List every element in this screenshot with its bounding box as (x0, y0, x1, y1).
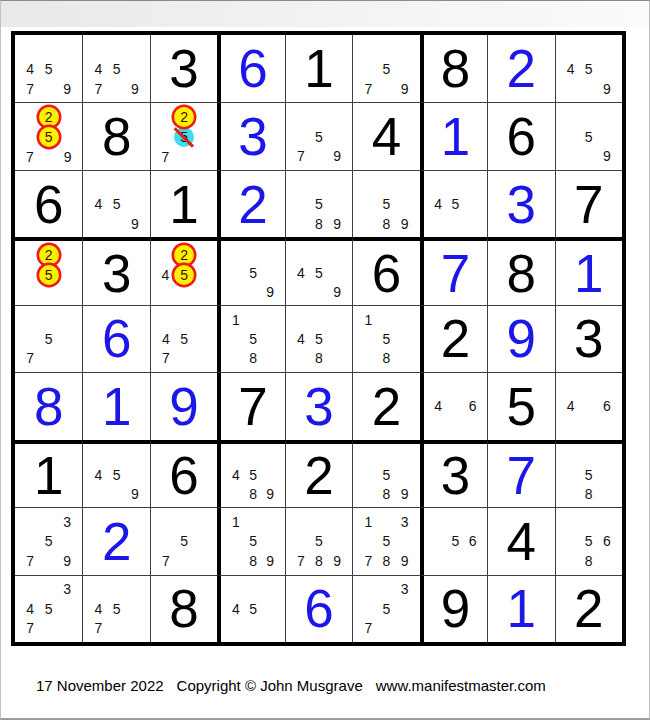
candidate-digit: 8 (244, 551, 261, 570)
candidate-digit: 9 (598, 146, 616, 165)
cell-r7c8[interactable]: 7 (487, 440, 554, 507)
pencil-marks: 46 (556, 373, 622, 439)
candidate-highlighted: 2 (174, 245, 194, 265)
solved-digit: 8 (15, 373, 82, 439)
candidate-digit: 7 (359, 79, 377, 99)
candidate-highlighted: 2 (174, 107, 194, 127)
candidate-digit: 7 (89, 79, 107, 99)
candidate-digit: 9 (262, 485, 279, 503)
cell-r1c1[interactable]: 4579 (15, 35, 82, 102)
given-digit: 6 (151, 444, 217, 507)
candidate-digit: 7 (157, 551, 175, 570)
pencil-marks: 59 (556, 103, 622, 169)
cell-r1c9[interactable]: 459 (555, 35, 622, 102)
candidate-digit: 5 (377, 599, 395, 618)
sudoku-page: 4579457936157982459257982573579416596459… (0, 0, 650, 720)
candidate-digit: 5 (39, 59, 57, 79)
candidate-digit: 5 (244, 532, 261, 551)
solved-digit: 6 (286, 576, 352, 642)
candidate-digit: 9 (58, 79, 76, 99)
given-digit: 4 (488, 508, 554, 574)
given-digit: 6 (488, 103, 554, 169)
candidate-digit: 4 (562, 397, 580, 416)
candidate-digit: 5 (175, 532, 193, 551)
candidate-digit: 7 (157, 147, 174, 165)
given-digit: 3 (83, 241, 149, 304)
cell-r7c9[interactable]: 58 (555, 440, 622, 507)
cell-r6c5[interactable]: 3 (285, 372, 352, 439)
given-digit: 8 (83, 103, 149, 169)
cell-r4c5[interactable]: 459 (285, 237, 352, 304)
candidate-digit: 4 (157, 329, 175, 348)
candidate-digit: 7 (359, 551, 377, 570)
given-digit: 5 (488, 373, 554, 439)
given-digit: 2 (424, 306, 487, 372)
pencil-marks: 2579 (15, 103, 82, 169)
cell-r7c5[interactable]: 2 (285, 440, 352, 507)
candidate-digit: 7 (157, 349, 175, 368)
pencil-marks: 568 (556, 508, 622, 574)
pencil-marks: 459 (83, 171, 149, 237)
given-digit: 1 (151, 171, 217, 237)
candidate-highlighted: 2 (39, 245, 59, 265)
candidate-digit: 7 (292, 551, 310, 570)
cell-r9c4[interactable]: 45 (217, 575, 284, 642)
footer-site-url: www.manifestmaster.com (376, 677, 546, 694)
cell-r2c4[interactable]: 3 (217, 102, 284, 169)
candidate-digit: 9 (396, 79, 414, 99)
given-digit: 1 (286, 35, 352, 102)
candidate-digit: 3 (396, 512, 414, 531)
cell-r8c6[interactable]: 135789 (352, 507, 419, 574)
cell-r9c5[interactable]: 6 (285, 575, 352, 642)
given-digit: 9 (424, 576, 487, 642)
pencil-marks: 46 (424, 373, 487, 439)
cell-r3c3[interactable]: 1 (150, 170, 217, 237)
solved-digit: 2 (488, 35, 554, 102)
candidate-digit: 5 (580, 466, 598, 484)
given-digit: 3 (556, 306, 622, 372)
pencil-marks: 25 (15, 241, 82, 304)
candidate-digit: 5 (310, 194, 328, 213)
candidate-digit: 8 (377, 551, 395, 570)
cell-r3c2[interactable]: 459 (82, 170, 149, 237)
candidate-digit: 5 (244, 466, 261, 484)
candidate-digit: 5 (108, 599, 126, 618)
candidate-digit: 1 (227, 310, 244, 329)
solved-digit: 3 (286, 373, 352, 439)
given-digit: 3 (151, 35, 217, 102)
candidate-digit: 4 (21, 599, 39, 618)
cell-r1c4[interactable]: 6 (217, 35, 284, 102)
cell-r6c3[interactable]: 9 (150, 372, 217, 439)
cell-r1c5[interactable]: 1 (285, 35, 352, 102)
pencil-marks: 57 (15, 306, 82, 372)
candidate-digit: 1 (359, 512, 377, 531)
solved-digit: 7 (488, 444, 554, 507)
cell-r7c7[interactable]: 3 (420, 440, 487, 507)
cell-r9c9[interactable]: 2 (555, 575, 622, 642)
candidate-digit: 4 (292, 329, 310, 348)
pencil-marks: 459 (286, 241, 352, 304)
cell-r5c3[interactable]: 457 (150, 305, 217, 372)
given-digit: 2 (286, 444, 352, 507)
cell-r5c8[interactable]: 9 (487, 305, 554, 372)
cell-r8c5[interactable]: 5789 (285, 507, 352, 574)
solved-digit: 2 (83, 508, 149, 574)
candidate-digit: 9 (328, 282, 346, 300)
candidate-digit: 5 (39, 599, 57, 618)
pencil-marks: 3579 (15, 508, 82, 574)
cell-r9c8[interactable]: 1 (487, 575, 554, 642)
candidate-digit: 9 (396, 214, 414, 233)
cell-r5c7[interactable]: 2 (420, 305, 487, 372)
solved-digit: 1 (556, 241, 622, 304)
cell-r9c3[interactable]: 8 (150, 575, 217, 642)
pencil-marks: 45 (424, 171, 487, 237)
given-digit: 8 (424, 35, 487, 102)
pencil-marks: 457 (151, 306, 217, 372)
pencil-marks: 59 (221, 241, 284, 304)
pencil-marks: 45 (221, 576, 284, 642)
given-digit: 2 (353, 373, 419, 439)
candidate-digit: 5 (310, 532, 328, 551)
solved-digit: 2 (221, 171, 284, 237)
candidate-digit: 9 (59, 147, 77, 165)
candidate-digit: 5 (580, 532, 598, 551)
pencil-marks: 459 (83, 444, 149, 507)
candidate-digit: 8 (244, 485, 261, 503)
cell-r4c8[interactable]: 8 (487, 237, 554, 304)
candidate-digit: 8 (310, 349, 328, 368)
candidate-digit: 7 (21, 349, 39, 368)
solved-digit: 3 (221, 103, 284, 169)
candidate-digit: 8 (310, 551, 328, 570)
given-digit: 7 (556, 171, 622, 237)
candidate-digit: 5 (377, 532, 395, 551)
footer-copyright: Copyright © John Musgrave (177, 677, 363, 694)
pencil-marks: 257 (151, 103, 217, 169)
candidate-digit: 7 (292, 146, 310, 165)
cell-r5c1[interactable]: 57 (15, 305, 82, 372)
cell-r4c6[interactable]: 6 (352, 237, 419, 304)
cell-r6c2[interactable]: 1 (82, 372, 149, 439)
candidate-highlighted: 5 (39, 265, 59, 285)
candidate-digit: 4 (89, 466, 107, 484)
candidate-digit: 9 (328, 146, 346, 165)
candidate-digit: 5 (310, 329, 328, 348)
pencil-marks: 56 (424, 508, 487, 574)
candidate-digit: 9 (126, 214, 144, 233)
pencil-marks: 357 (353, 576, 419, 642)
candidate-highlighted: 2 (39, 107, 59, 127)
candidate-digit: 9 (58, 551, 76, 570)
cell-r3c5[interactable]: 589 (285, 170, 352, 237)
solved-digit: 1 (424, 103, 487, 169)
cell-r6c1[interactable]: 8 (15, 372, 82, 439)
candidate-digit: 9 (262, 551, 279, 570)
candidate-digit: 5 (244, 599, 261, 618)
pencil-marks: 457 (83, 576, 149, 642)
candidate-digit: 4 (292, 264, 310, 282)
candidate-digit: 9 (598, 79, 616, 99)
candidate-digit: 5 (310, 127, 328, 146)
candidate-digit: 8 (377, 485, 395, 503)
candidate-digit: 4 (89, 599, 107, 618)
candidate-digit: 5 (447, 532, 464, 551)
given-digit: 2 (556, 576, 622, 642)
candidate-digit: 5 (580, 59, 598, 79)
cell-r4c9[interactable]: 1 (555, 237, 622, 304)
given-digit: 1 (15, 444, 82, 507)
cell-r7c6[interactable]: 589 (352, 440, 419, 507)
cell-r2c9[interactable]: 59 (555, 102, 622, 169)
cell-r7c4[interactable]: 4589 (217, 440, 284, 507)
candidate-digit: 1 (227, 512, 244, 531)
cell-r6c7[interactable]: 46 (420, 372, 487, 439)
candidate-digit: 5 (39, 532, 57, 551)
solved-digit: 3 (488, 171, 554, 237)
given-digit: 3 (424, 444, 487, 507)
candidate-digit: 1 (359, 310, 377, 329)
candidate-digit: 4 (89, 194, 107, 213)
candidate-digit: 5 (377, 194, 395, 213)
pencil-marks: 458 (286, 306, 352, 372)
candidate-digit: 3 (396, 580, 414, 599)
candidate-digit: 4 (227, 466, 244, 484)
given-digit: 6 (15, 171, 82, 237)
candidate-digit: 6 (464, 532, 481, 551)
candidate-digit: 7 (359, 619, 377, 638)
pencil-marks: 245 (151, 241, 217, 304)
cell-r8c2[interactable]: 2 (82, 507, 149, 574)
cell-r2c5[interactable]: 579 (285, 102, 352, 169)
candidate-digit: 9 (126, 79, 144, 99)
cell-r1c7[interactable]: 8 (420, 35, 487, 102)
pencil-marks: 158 (221, 306, 284, 372)
candidate-highlighted: 5 (174, 265, 194, 285)
candidate-eliminated: 5 (174, 127, 194, 147)
cell-r7c3[interactable]: 6 (150, 440, 217, 507)
candidate-digit: 4 (89, 59, 107, 79)
solved-digit: 1 (488, 576, 554, 642)
cell-r1c3[interactable]: 3 (150, 35, 217, 102)
candidate-digit: 9 (396, 551, 414, 570)
pencil-marks: 459 (556, 35, 622, 102)
given-digit: 8 (488, 241, 554, 304)
candidate-digit: 9 (396, 485, 414, 503)
cell-r3c4[interactable]: 2 (217, 170, 284, 237)
cell-r6c6[interactable]: 2 (352, 372, 419, 439)
cell-r3c9[interactable]: 7 (555, 170, 622, 237)
pencil-marks: 4579 (15, 35, 82, 102)
candidate-digit: 4 (562, 59, 580, 79)
cell-r7c2[interactable]: 459 (82, 440, 149, 507)
candidate-digit: 5 (175, 329, 193, 348)
cell-r6c4[interactable]: 7 (217, 372, 284, 439)
candidate-digit: 5 (447, 194, 464, 213)
pencil-marks: 589 (286, 171, 352, 237)
solved-digit: 6 (221, 35, 284, 102)
candidate-digit: 4 (430, 194, 447, 213)
candidate-digit: 8 (377, 349, 395, 368)
candidate-digit: 4 (430, 397, 447, 416)
window-top-bar (1, 1, 649, 27)
candidate-digit: 5 (377, 466, 395, 484)
candidate-digit: 9 (262, 282, 279, 300)
cell-r8c1[interactable]: 3579 (15, 507, 82, 574)
cell-r5c5[interactable]: 458 (285, 305, 352, 372)
candidate-digit: 7 (21, 619, 39, 638)
given-digit: 4 (353, 103, 419, 169)
footer-date: 17 November 2022 (36, 677, 164, 694)
candidate-digit: 5 (377, 59, 395, 79)
cell-r5c6[interactable]: 158 (352, 305, 419, 372)
pencil-marks: 4589 (221, 444, 284, 507)
given-digit: 8 (151, 576, 217, 642)
pencil-marks: 589 (353, 444, 419, 507)
cell-r3c7[interactable]: 45 (420, 170, 487, 237)
solved-digit: 9 (488, 306, 554, 372)
cell-r4c2[interactable]: 3 (82, 237, 149, 304)
solved-digit: 7 (424, 241, 487, 304)
candidate-digit: 8 (244, 349, 261, 368)
candidate-digit: 5 (108, 194, 126, 213)
candidate-digit: 5 (244, 264, 261, 282)
cell-r3c6[interactable]: 589 (352, 170, 419, 237)
pencil-marks: 135789 (353, 508, 419, 574)
cell-r3c8[interactable]: 3 (487, 170, 554, 237)
candidate-digit: 9 (328, 551, 346, 570)
candidate-digit: 5 (108, 466, 126, 484)
candidate-digit: 8 (377, 214, 395, 233)
candidate-digit: 5 (108, 59, 126, 79)
candidate-digit: 7 (89, 619, 107, 638)
cell-r9c1[interactable]: 3457 (15, 575, 82, 642)
cell-r6c9[interactable]: 46 (555, 372, 622, 439)
candidate-digit: 3 (58, 580, 76, 599)
candidate-digit: 5 (580, 127, 598, 146)
candidate-digit: 7 (21, 551, 39, 570)
cell-r9c2[interactable]: 457 (82, 575, 149, 642)
given-digit: 7 (221, 373, 284, 439)
cell-r4c3[interactable]: 245 (150, 237, 217, 304)
candidate-digit: 8 (310, 214, 328, 233)
cell-r2c7[interactable]: 1 (420, 102, 487, 169)
cell-r9c7[interactable]: 9 (420, 575, 487, 642)
cell-r1c8[interactable]: 2 (487, 35, 554, 102)
cell-r5c9[interactable]: 3 (555, 305, 622, 372)
pencil-marks: 57 (151, 508, 217, 574)
candidate-digit: 5 (39, 329, 57, 348)
candidate-digit: 6 (598, 532, 616, 551)
cell-r6c8[interactable]: 5 (487, 372, 554, 439)
candidate-digit: 5 (310, 264, 328, 282)
cell-r5c2[interactable]: 6 (82, 305, 149, 372)
given-digit: 6 (353, 241, 419, 304)
pencil-marks: 5789 (286, 508, 352, 574)
candidate-digit: 9 (126, 485, 144, 503)
candidate-digit: 6 (598, 397, 616, 416)
solved-digit: 6 (83, 306, 149, 372)
cell-r3c1[interactable]: 6 (15, 170, 82, 237)
pencil-marks: 4579 (83, 35, 149, 102)
pencil-marks: 579 (353, 35, 419, 102)
cell-r1c2[interactable]: 4579 (82, 35, 149, 102)
cell-r2c1[interactable]: 2579 (15, 102, 82, 169)
cell-r8c7[interactable]: 56 (420, 507, 487, 574)
candidate-digit: 5 (244, 329, 261, 348)
cell-r2c3[interactable]: 257 (150, 102, 217, 169)
candidate-digit: 9 (328, 214, 346, 233)
cell-r1c6[interactable]: 579 (352, 35, 419, 102)
candidate-highlighted: 5 (39, 127, 59, 147)
cell-r8c9[interactable]: 568 (555, 507, 622, 574)
cell-r9c6[interactable]: 357 (352, 575, 419, 642)
candidate-digit: 4 (157, 265, 174, 285)
cell-r2c6[interactable]: 4 (352, 102, 419, 169)
cell-r8c4[interactable]: 1589 (217, 507, 284, 574)
candidate-digit: 5 (377, 329, 395, 348)
candidate-digit: 7 (21, 79, 39, 99)
candidate-digit: 8 (580, 485, 598, 503)
candidate-digit: 6 (464, 397, 481, 416)
pencil-marks: 3457 (15, 576, 82, 642)
solved-digit: 9 (151, 373, 217, 439)
pencil-marks: 158 (353, 306, 419, 372)
candidate-digit: 8 (580, 551, 598, 570)
cell-r7c1[interactable]: 1 (15, 440, 82, 507)
pencil-marks: 589 (353, 171, 419, 237)
footer: 17 November 2022 Copyright © John Musgra… (36, 677, 546, 694)
candidate-digit: 7 (21, 147, 39, 165)
cell-r2c2[interactable]: 8 (82, 102, 149, 169)
solved-digit: 1 (83, 373, 149, 439)
candidate-digit: 4 (227, 599, 244, 618)
cell-r4c7[interactable]: 7 (420, 237, 487, 304)
candidate-digit: 4 (21, 59, 39, 79)
cell-r8c3[interactable]: 57 (150, 507, 217, 574)
candidate-digit: 3 (58, 512, 76, 531)
pencil-marks: 58 (556, 444, 622, 507)
cell-r4c4[interactable]: 59 (217, 237, 284, 304)
sudoku-board: 4579457936157982459257982573579416596459… (11, 31, 626, 646)
pencil-marks: 1589 (221, 508, 284, 574)
cell-r2c8[interactable]: 6 (487, 102, 554, 169)
pencil-marks: 579 (286, 103, 352, 169)
cell-r4c1[interactable]: 25 (15, 237, 82, 304)
cell-r5c4[interactable]: 158 (217, 305, 284, 372)
cell-r8c8[interactable]: 4 (487, 507, 554, 574)
